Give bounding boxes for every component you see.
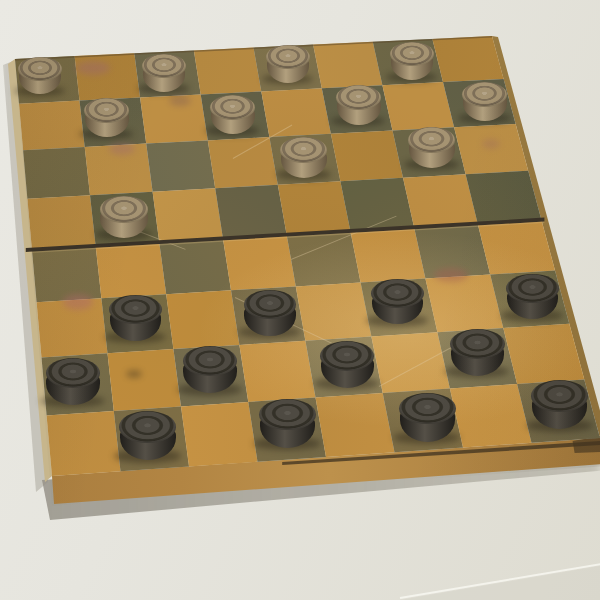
checkers-board-photo	[0, 0, 600, 600]
